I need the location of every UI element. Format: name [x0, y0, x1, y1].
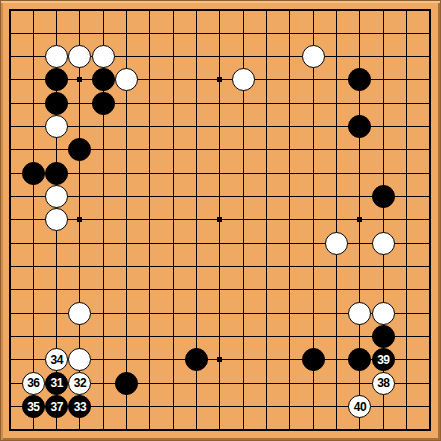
- star-point: [357, 217, 362, 222]
- go-board[interactable]: 34393631323835373340: [0, 0, 441, 441]
- star-point: [77, 217, 82, 222]
- stone-black-3-8[interactable]: [45, 162, 68, 185]
- stone-black-17-15[interactable]: [372, 325, 395, 348]
- grid-line-vertical: [266, 10, 267, 430]
- move-36-stone-white-2-17[interactable]: 36: [22, 372, 45, 395]
- star-point: [217, 217, 222, 222]
- stone-white-17-14[interactable]: [372, 302, 395, 325]
- stone-black-17-9[interactable]: [372, 185, 395, 208]
- stone-black-3-5[interactable]: [45, 92, 68, 115]
- stone-white-14-3[interactable]: [302, 45, 325, 68]
- star-point: [217, 77, 222, 82]
- grid-line-vertical: [406, 10, 407, 430]
- stone-black-2-8[interactable]: [22, 162, 45, 185]
- grid-line-horizontal: [10, 289, 430, 290]
- grid-line-horizontal: [10, 336, 430, 337]
- grid-line-horizontal: [10, 243, 430, 244]
- grid-line-vertical: [289, 10, 290, 430]
- move-38-stone-white-17-17[interactable]: 38: [372, 372, 395, 395]
- move-31-stone-black-3-17[interactable]: 31: [45, 372, 68, 395]
- stone-black-6-17[interactable]: [115, 372, 138, 395]
- stone-white-5-3[interactable]: [92, 45, 115, 68]
- stone-white-15-11[interactable]: [325, 232, 348, 255]
- star-point: [217, 357, 222, 362]
- stone-white-17-11[interactable]: [372, 232, 395, 255]
- move-35-stone-black-2-18[interactable]: 35: [22, 395, 45, 418]
- stone-black-5-5[interactable]: [92, 92, 115, 115]
- star-point: [77, 77, 82, 82]
- grid-line-vertical: [336, 10, 337, 430]
- grid-line-horizontal: [10, 266, 430, 267]
